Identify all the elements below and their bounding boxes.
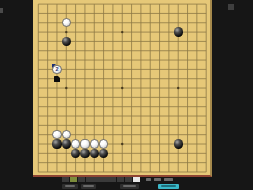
nav-segment-dim[interactable] <box>62 177 69 182</box>
left-edge-mark <box>0 8 3 13</box>
toolbar-button-1[interactable] <box>62 184 78 190</box>
star-point <box>65 87 67 89</box>
button-label-blur <box>123 185 136 187</box>
white-stone <box>62 130 71 139</box>
button-label-blur <box>65 185 76 187</box>
black-stone <box>80 149 89 158</box>
white-stone <box>71 139 80 148</box>
nav-segment-dim[interactable] <box>125 177 132 182</box>
black-stone <box>174 27 183 36</box>
primary-action-button[interactable] <box>158 184 179 190</box>
button-label-blur <box>83 185 93 187</box>
star-point <box>121 87 123 89</box>
button-label-blur <box>161 185 175 187</box>
hint-blob <box>164 178 173 181</box>
hint-blob <box>146 178 151 181</box>
white-stone <box>99 139 108 148</box>
marker-notch <box>58 76 60 78</box>
black-stone <box>71 149 80 158</box>
star-point <box>177 87 179 89</box>
top-right-widget[interactable] <box>228 4 234 10</box>
board-grid <box>33 0 212 177</box>
black-stone <box>62 139 71 148</box>
nav-segment-green[interactable] <box>70 177 77 182</box>
white-stone <box>80 139 89 148</box>
black-stone <box>90 149 99 158</box>
toolbar-button-3[interactable] <box>120 184 139 190</box>
nav-segment-white[interactable] <box>133 177 140 182</box>
nav-segment-dim[interactable] <box>86 177 93 182</box>
app-background: 2 <box>0 0 253 190</box>
hint-blob <box>154 178 161 181</box>
nav-segment-dim[interactable] <box>101 177 108 182</box>
star-point <box>121 31 123 33</box>
black-stone <box>99 149 108 158</box>
nav-segment-dim[interactable] <box>78 177 85 182</box>
black-stone <box>52 139 61 148</box>
white-stone <box>90 139 99 148</box>
toolbar-button-2[interactable] <box>81 184 96 190</box>
go-board[interactable]: 2 <box>33 0 212 177</box>
black-square-marker <box>54 76 60 82</box>
black-stone <box>174 139 183 148</box>
star-point <box>121 143 123 145</box>
status-text-blur <box>146 178 173 181</box>
nav-segment-dim[interactable] <box>117 177 124 182</box>
move-nav-strip[interactable] <box>62 177 140 182</box>
move-number-marker: 2 <box>52 65 61 74</box>
nav-segment-dim[interactable] <box>109 177 116 182</box>
black-stone <box>62 37 71 46</box>
nav-segment-dim[interactable] <box>93 177 100 182</box>
star-point <box>65 31 67 33</box>
white-stone <box>52 130 61 139</box>
move-number-label: 2 <box>52 65 61 74</box>
